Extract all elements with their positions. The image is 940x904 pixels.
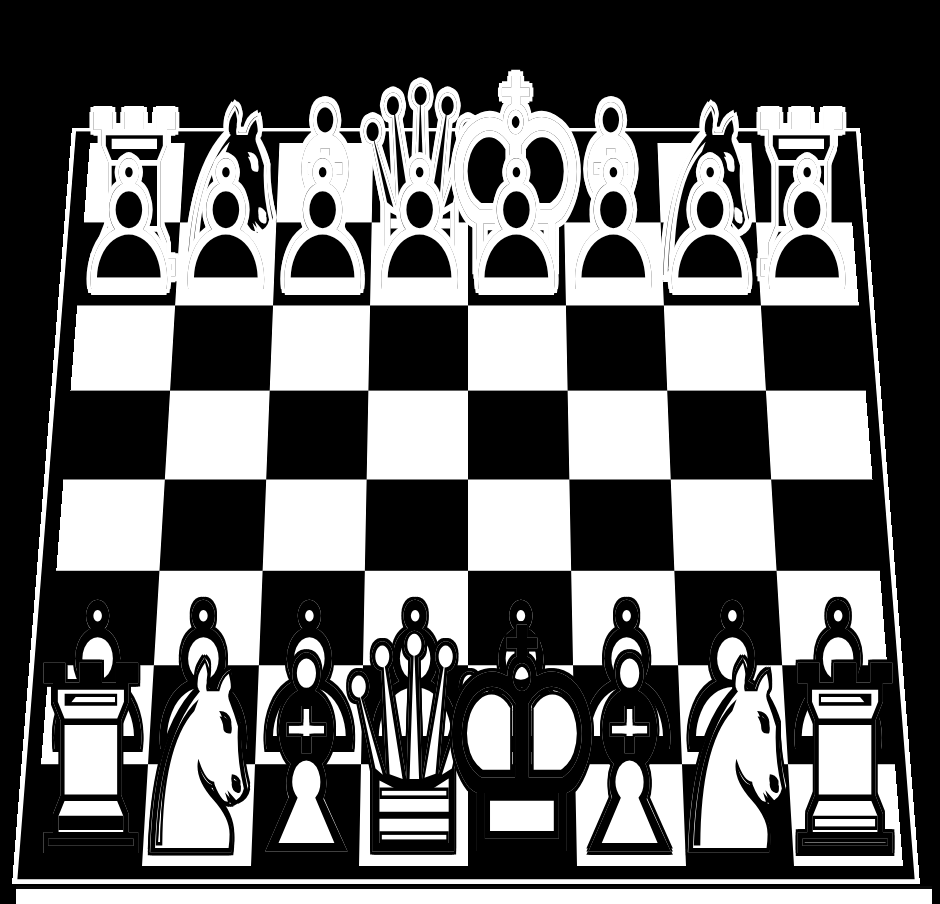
square-a5[interactable] bbox=[63, 391, 169, 479]
square-g5[interactable] bbox=[667, 391, 772, 479]
square-e4[interactable] bbox=[468, 479, 571, 571]
piece-white-rook-h1[interactable]: ♜♖ bbox=[770, 633, 921, 893]
chessboard-scene: ♜♖♞♘♝♗♛♕♚♔♝♗♞♘♜♖♟♙♟♙♟♙♟♙♟♙♟♙♟♙♟♙♟♙♟♙♟♙♟♙… bbox=[0, 0, 940, 904]
square-f5[interactable] bbox=[567, 391, 670, 479]
white-piece-contour: ♖ bbox=[770, 633, 921, 893]
square-b4[interactable] bbox=[159, 479, 266, 571]
square-c5[interactable] bbox=[266, 391, 369, 479]
square-g4[interactable] bbox=[670, 479, 777, 571]
square-e5[interactable] bbox=[468, 391, 569, 479]
square-a4[interactable] bbox=[56, 479, 164, 571]
square-h5[interactable] bbox=[766, 391, 872, 479]
square-c4[interactable] bbox=[262, 479, 367, 571]
piece-black-pawn-h7[interactable]: ♟♙ bbox=[750, 137, 865, 316]
square-f4[interactable] bbox=[569, 479, 674, 571]
square-b5[interactable] bbox=[165, 391, 270, 479]
square-d5[interactable] bbox=[367, 391, 468, 479]
square-h4[interactable] bbox=[771, 479, 879, 571]
square-d4[interactable] bbox=[365, 479, 468, 571]
black-piece-contour: ♙ bbox=[750, 137, 865, 316]
